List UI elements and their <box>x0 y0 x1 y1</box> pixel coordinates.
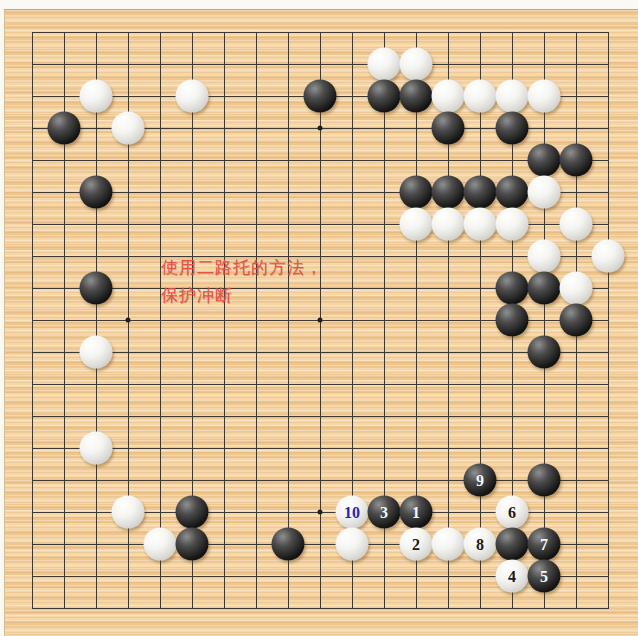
stone-white[interactable] <box>464 208 497 241</box>
annotation-text: 使用二路托的方法， 保护冲断 <box>161 254 323 310</box>
stone-white[interactable] <box>432 80 465 113</box>
stone-white-move-4[interactable]: 4 <box>496 560 529 593</box>
stone-black[interactable] <box>496 528 529 561</box>
stone-white[interactable] <box>368 48 401 81</box>
stone-black[interactable] <box>528 336 561 369</box>
stone-black[interactable] <box>80 176 113 209</box>
stone-white[interactable] <box>400 208 433 241</box>
move-number-label: 3 <box>380 504 388 520</box>
stone-white-move-6[interactable]: 6 <box>496 496 529 529</box>
stone-black[interactable] <box>528 144 561 177</box>
stone-black[interactable] <box>80 272 113 305</box>
stone-black[interactable] <box>464 176 497 209</box>
stone-black[interactable] <box>176 496 209 529</box>
move-number-label: 5 <box>540 568 548 584</box>
move-number-label: 4 <box>508 568 516 584</box>
star-point <box>318 510 323 515</box>
stone-black[interactable] <box>496 272 529 305</box>
stone-white[interactable] <box>112 496 145 529</box>
stone-white[interactable] <box>80 80 113 113</box>
stone-white[interactable] <box>112 112 145 145</box>
stone-white[interactable] <box>528 240 561 273</box>
move-number-label: 1 <box>412 504 420 520</box>
stone-white[interactable] <box>560 272 593 305</box>
stone-black-move-7[interactable]: 7 <box>528 528 561 561</box>
go-diagram: 使用二路托的方法， 保护冲断 91031628745 <box>0 0 638 636</box>
stone-black[interactable] <box>400 176 433 209</box>
stone-black[interactable] <box>176 528 209 561</box>
stone-black[interactable] <box>400 80 433 113</box>
stone-white[interactable] <box>400 48 433 81</box>
stone-white[interactable] <box>496 80 529 113</box>
stone-black[interactable] <box>272 528 305 561</box>
move-number-label: 8 <box>476 536 484 552</box>
stone-white[interactable] <box>144 528 177 561</box>
stone-black[interactable] <box>48 112 81 145</box>
annotation-line-1: 使用二路托的方法， <box>161 254 323 282</box>
stone-black[interactable] <box>432 176 465 209</box>
stone-white[interactable] <box>336 528 369 561</box>
stone-black[interactable] <box>496 304 529 337</box>
star-point <box>318 126 323 131</box>
move-number-label: 9 <box>476 472 484 488</box>
star-point <box>126 318 131 323</box>
move-number-label: 10 <box>344 504 360 520</box>
stone-black[interactable] <box>432 112 465 145</box>
stone-black[interactable] <box>560 304 593 337</box>
stone-black[interactable] <box>496 176 529 209</box>
stone-white-move-8[interactable]: 8 <box>464 528 497 561</box>
stone-black[interactable] <box>496 112 529 145</box>
move-number-label: 7 <box>540 536 548 552</box>
stone-black-move-3[interactable]: 3 <box>368 496 401 529</box>
stone-white[interactable] <box>80 432 113 465</box>
stone-black-move-1[interactable]: 1 <box>400 496 433 529</box>
stone-black-move-5[interactable]: 5 <box>528 560 561 593</box>
move-number-label: 6 <box>508 504 516 520</box>
stone-white[interactable] <box>432 208 465 241</box>
star-point <box>318 318 323 323</box>
stone-black[interactable] <box>528 272 561 305</box>
stone-white[interactable] <box>432 528 465 561</box>
stone-black[interactable] <box>368 80 401 113</box>
stone-white[interactable] <box>560 208 593 241</box>
stone-black[interactable] <box>560 144 593 177</box>
stone-white[interactable] <box>80 336 113 369</box>
stone-white[interactable] <box>528 80 561 113</box>
stone-white[interactable] <box>528 176 561 209</box>
stone-white-move-2[interactable]: 2 <box>400 528 433 561</box>
stone-white[interactable] <box>592 240 625 273</box>
stone-black-move-9[interactable]: 9 <box>464 464 497 497</box>
stone-white[interactable] <box>496 208 529 241</box>
move-number-label: 2 <box>412 536 420 552</box>
annotation-line-2: 保护冲断 <box>161 282 323 310</box>
stone-white[interactable] <box>464 80 497 113</box>
stone-white-move-10[interactable]: 10 <box>336 496 369 529</box>
stone-white[interactable] <box>176 80 209 113</box>
stone-black[interactable] <box>528 464 561 497</box>
stone-black[interactable] <box>304 80 337 113</box>
